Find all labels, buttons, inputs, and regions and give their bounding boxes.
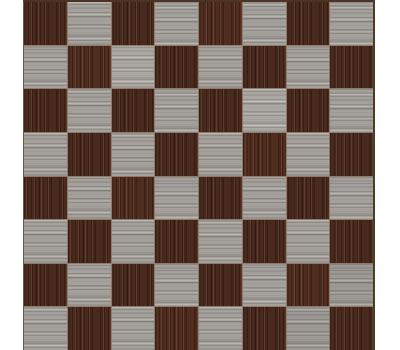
square-h8[interactable] xyxy=(330,2,373,45)
square-g3[interactable] xyxy=(287,220,330,263)
square-f2[interactable] xyxy=(243,264,286,307)
square-b8[interactable] xyxy=(68,2,111,45)
square-c4[interactable] xyxy=(112,177,155,220)
square-h7[interactable] xyxy=(330,46,373,89)
square-d6[interactable] xyxy=(155,89,198,132)
square-g6[interactable] xyxy=(287,89,330,132)
square-h6[interactable] xyxy=(330,89,373,132)
square-b5[interactable] xyxy=(68,133,111,176)
square-c2[interactable] xyxy=(112,264,155,307)
square-a4[interactable] xyxy=(24,177,67,220)
square-g4[interactable] xyxy=(287,177,330,220)
square-d4[interactable] xyxy=(155,177,198,220)
square-a1[interactable] xyxy=(24,307,67,350)
square-b2[interactable] xyxy=(68,264,111,307)
square-g5[interactable] xyxy=(287,133,330,176)
square-f3[interactable] xyxy=(243,220,286,263)
square-f8[interactable] xyxy=(243,2,286,45)
square-a3[interactable] xyxy=(24,220,67,263)
square-c5[interactable] xyxy=(112,133,155,176)
square-e2[interactable] xyxy=(199,264,242,307)
square-d2[interactable] xyxy=(155,264,198,307)
square-e7[interactable] xyxy=(199,46,242,89)
square-f4[interactable] xyxy=(243,177,286,220)
square-b6[interactable] xyxy=(68,89,111,132)
page-background xyxy=(0,0,400,350)
square-e8[interactable] xyxy=(199,2,242,45)
square-d7[interactable] xyxy=(155,46,198,89)
square-e5[interactable] xyxy=(199,133,242,176)
square-e3[interactable] xyxy=(199,220,242,263)
square-d1[interactable] xyxy=(155,307,198,350)
square-f6[interactable] xyxy=(243,89,286,132)
square-c7[interactable] xyxy=(112,46,155,89)
square-d5[interactable] xyxy=(155,133,198,176)
square-e4[interactable] xyxy=(199,177,242,220)
square-f5[interactable] xyxy=(243,133,286,176)
square-e1[interactable] xyxy=(199,307,242,350)
square-a7[interactable] xyxy=(24,46,67,89)
square-d3[interactable] xyxy=(155,220,198,263)
square-e6[interactable] xyxy=(199,89,242,132)
square-h4[interactable] xyxy=(330,177,373,220)
square-f7[interactable] xyxy=(243,46,286,89)
square-a8[interactable] xyxy=(24,2,67,45)
square-h1[interactable] xyxy=(330,307,373,350)
square-c3[interactable] xyxy=(112,220,155,263)
square-h2[interactable] xyxy=(330,264,373,307)
square-h3[interactable] xyxy=(330,220,373,263)
square-g1[interactable] xyxy=(287,307,330,350)
square-b1[interactable] xyxy=(68,307,111,350)
square-d8[interactable] xyxy=(155,2,198,45)
square-g7[interactable] xyxy=(287,46,330,89)
game-board xyxy=(23,0,375,350)
square-h5[interactable] xyxy=(330,133,373,176)
square-a2[interactable] xyxy=(24,264,67,307)
square-c8[interactable] xyxy=(112,2,155,45)
square-c1[interactable] xyxy=(112,307,155,350)
square-a6[interactable] xyxy=(24,89,67,132)
square-b4[interactable] xyxy=(68,177,111,220)
square-b7[interactable] xyxy=(68,46,111,89)
square-b3[interactable] xyxy=(68,220,111,263)
square-a5[interactable] xyxy=(24,133,67,176)
square-c6[interactable] xyxy=(112,89,155,132)
square-f1[interactable] xyxy=(243,307,286,350)
square-g8[interactable] xyxy=(287,2,330,45)
square-g2[interactable] xyxy=(287,264,330,307)
